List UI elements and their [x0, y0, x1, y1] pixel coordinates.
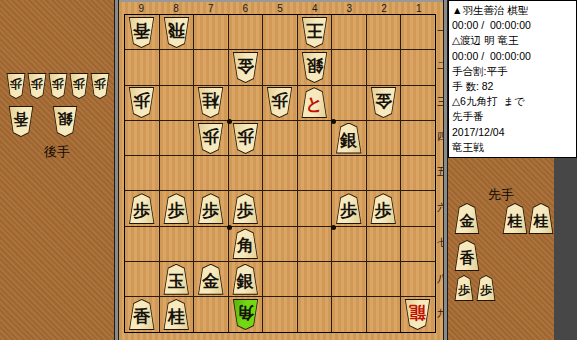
board-square[interactable] — [229, 15, 263, 49]
board-square[interactable]: 銀 — [298, 50, 332, 84]
board-grid: 香飛王金銀歩桂歩と金歩歩銀歩歩歩歩歩歩角玉金銀香桂角龍 — [124, 14, 436, 333]
shogi-piece-金-sente[interactable]: 金 — [197, 264, 224, 295]
shogi-piece-歩-gote[interactable]: 歩 — [69, 73, 89, 99]
file-label: 8 — [159, 3, 194, 14]
board-square[interactable] — [367, 262, 401, 296]
board-square[interactable] — [367, 297, 401, 331]
star-point — [331, 225, 336, 230]
board-square[interactable] — [263, 50, 297, 84]
board-square[interactable] — [160, 86, 194, 120]
board-square[interactable]: 香 — [125, 297, 159, 331]
board-square[interactable] — [401, 15, 435, 49]
board-square[interactable] — [332, 227, 366, 261]
board-square[interactable] — [332, 156, 366, 190]
gote-hand-row-2: 香銀 — [8, 106, 78, 137]
shogi-piece-香-sente[interactable]: 香 — [454, 240, 480, 271]
board-square[interactable]: 歩 — [229, 191, 263, 225]
board-square[interactable] — [194, 50, 228, 84]
board-square[interactable]: 飛 — [160, 15, 194, 49]
board-square[interactable] — [401, 191, 435, 225]
info-line: 00:00 / 00:00:00 — [452, 49, 573, 64]
shogi-piece-歩-sente[interactable]: 歩 — [128, 193, 155, 224]
shogi-piece-歩-gote[interactable]: 歩 — [48, 73, 68, 99]
shogi-piece-銀-sente[interactable]: 銀 — [232, 264, 259, 295]
shogi-piece-香-sente[interactable]: 香 — [128, 299, 155, 330]
shogi-piece-香-gote[interactable]: 香 — [8, 106, 34, 137]
board-square[interactable] — [263, 262, 297, 296]
board-square[interactable]: 歩 — [194, 191, 228, 225]
board-square[interactable]: 歩 — [229, 121, 263, 155]
sente-hand-panel: 先手 金桂桂 香 歩歩 — [448, 158, 554, 340]
board-square[interactable] — [401, 86, 435, 120]
board-square[interactable]: 金 — [194, 262, 228, 296]
shogi-piece-金-gote[interactable]: 金 — [232, 52, 259, 83]
info-line: △6九角打 まで — [452, 94, 573, 109]
shogi-piece-飛-gote[interactable]: 飛 — [163, 17, 190, 48]
board-square[interactable]: 玉 — [160, 262, 194, 296]
board-square[interactable] — [229, 86, 263, 120]
file-label: 7 — [193, 3, 228, 14]
board-square[interactable] — [401, 121, 435, 155]
shogi-piece-歩-sente[interactable]: 歩 — [476, 275, 496, 301]
board-square[interactable] — [298, 156, 332, 190]
board-square[interactable] — [125, 50, 159, 84]
shogi-piece-桂-sente[interactable]: 桂 — [528, 203, 554, 234]
board-square[interactable] — [298, 121, 332, 155]
info-line: 00:00 / 00:00:00 — [452, 18, 573, 33]
board-square[interactable] — [160, 156, 194, 190]
board-square[interactable] — [263, 15, 297, 49]
shogi-piece-桂-gote[interactable]: 桂 — [197, 87, 224, 118]
board-square[interactable] — [332, 50, 366, 84]
file-label: 1 — [401, 3, 436, 14]
file-label: 9 — [124, 3, 159, 14]
info-line: 手 数: 82 — [452, 79, 573, 94]
shogi-piece-玉-sente[interactable]: 玉 — [163, 264, 190, 295]
board-square[interactable] — [160, 50, 194, 84]
board-square[interactable] — [160, 227, 194, 261]
board-square[interactable] — [263, 156, 297, 190]
board-square[interactable] — [160, 121, 194, 155]
board-square[interactable] — [125, 262, 159, 296]
star-point — [331, 119, 336, 124]
file-label: 6 — [228, 3, 263, 14]
info-line: △渡辺 明 竜王 — [452, 33, 573, 48]
board-square[interactable]: 歩 — [125, 86, 159, 120]
board-panel: 987654321 一二三四五六七八九 香飛王金銀歩桂歩と金歩歩銀歩歩歩歩歩歩角… — [119, 0, 448, 340]
board-square[interactable] — [367, 50, 401, 84]
shogi-piece-王-gote[interactable]: 王 — [301, 17, 328, 48]
board-square[interactable] — [194, 15, 228, 49]
shogi-piece-角-sente[interactable]: 角 — [232, 228, 259, 259]
shogi-piece-桂-sente[interactable]: 桂 — [163, 299, 190, 330]
board-square[interactable]: 金 — [367, 86, 401, 120]
file-label: 5 — [263, 3, 298, 14]
shogi-piece-歩-sente[interactable]: 歩 — [454, 275, 474, 301]
sente-hand-label: 先手 — [448, 186, 554, 204]
shogi-piece-金-gote[interactable]: 金 — [370, 87, 397, 118]
board-square[interactable]: 香 — [125, 15, 159, 49]
file-label: 4 — [297, 3, 332, 14]
shogi-piece-歩-sente[interactable]: 歩 — [370, 193, 397, 224]
board-square[interactable] — [298, 191, 332, 225]
board-square[interactable] — [194, 297, 228, 331]
board-square[interactable] — [367, 156, 401, 190]
board-square[interactable] — [367, 15, 401, 49]
board-square[interactable]: 歩 — [263, 86, 297, 120]
board-square[interactable] — [125, 156, 159, 190]
board-square[interactable]: 桂 — [194, 86, 228, 120]
info-line: 2017/12/04 — [452, 125, 573, 140]
board-square[interactable] — [367, 227, 401, 261]
shogi-piece-銀-sente[interactable]: 銀 — [335, 123, 362, 154]
shogi-piece-香-gote[interactable]: 香 — [128, 17, 155, 48]
board-square[interactable]: 桂 — [160, 297, 194, 331]
shogi-piece-龍-gote[interactable]: 龍 — [404, 299, 431, 330]
board-square[interactable]: 歩 — [194, 121, 228, 155]
shogi-piece-歩-gote[interactable]: 歩 — [266, 87, 293, 118]
board-square[interactable] — [263, 227, 297, 261]
gote-hand-row-1: 歩歩歩歩歩 — [6, 73, 110, 99]
board-square[interactable]: 銀 — [229, 262, 263, 296]
game-info-panel: ▲羽生善治 棋聖00:00 / 00:00:00△渡辺 明 竜王00:00 / … — [448, 0, 577, 158]
board-square[interactable] — [263, 191, 297, 225]
board-square[interactable] — [263, 121, 297, 155]
gote-hand-panel: 歩歩歩歩歩 香銀 後手 — [0, 0, 114, 340]
board-square[interactable] — [125, 121, 159, 155]
sente-hand-row-3: 歩歩 — [454, 275, 496, 301]
info-line: ▲羽生善治 棋聖 — [452, 3, 573, 18]
shogi-app-window: 歩歩歩歩歩 香銀 後手 987654321 一二三四五六七八九 香飛王金銀歩桂歩… — [0, 0, 577, 340]
shogi-piece-桂-sente[interactable]: 桂 — [502, 203, 528, 234]
shogi-piece-歩-gote[interactable]: 歩 — [6, 73, 26, 99]
board-square[interactable] — [367, 121, 401, 155]
shogi-piece-角-gote[interactable]: 角 — [232, 299, 259, 330]
info-line: 竜王戦 — [452, 140, 573, 155]
board-square[interactable] — [401, 262, 435, 296]
board-square[interactable]: 歩 — [125, 191, 159, 225]
board-square[interactable] — [298, 297, 332, 331]
board-square[interactable] — [401, 156, 435, 190]
board-square[interactable] — [194, 227, 228, 261]
shogi-piece-歩-gote[interactable]: 歩 — [197, 123, 224, 154]
board-square[interactable] — [332, 262, 366, 296]
board-square[interactable]: 角 — [229, 227, 263, 261]
info-line: 先手番 — [452, 109, 573, 124]
shogi-piece-歩-gote[interactable]: 歩 — [232, 123, 259, 154]
board-square[interactable]: 歩 — [332, 191, 366, 225]
info-line: 手合割:平手 — [452, 64, 573, 79]
board-square[interactable]: 歩 — [160, 191, 194, 225]
board-square[interactable]: 龍 — [401, 297, 435, 331]
sente-hand-row-2: 香 — [454, 240, 480, 271]
board-square[interactable]: 歩 — [367, 191, 401, 225]
shogi-piece-歩-gote[interactable]: 歩 — [128, 87, 155, 118]
shogi-piece-歩-sente[interactable]: 歩 — [335, 193, 362, 224]
board-square[interactable] — [298, 227, 332, 261]
shogi-piece-と-sente[interactable]: と — [301, 87, 328, 118]
board-square[interactable] — [332, 297, 366, 331]
board-square[interactable]: と — [298, 86, 332, 120]
gote-hand-label: 後手 — [0, 143, 114, 161]
shogi-piece-歩-gote[interactable]: 歩 — [90, 73, 110, 99]
shogi-piece-歩-sente[interactable]: 歩 — [197, 193, 224, 224]
board-square[interactable] — [298, 262, 332, 296]
shogi-piece-銀-gote[interactable]: 銀 — [52, 106, 78, 137]
board-square[interactable] — [194, 156, 228, 190]
board-square[interactable]: 金 — [229, 50, 263, 84]
right-edge-strip — [554, 158, 577, 340]
shogi-piece-金-sente[interactable]: 金 — [454, 203, 480, 234]
file-label: 3 — [332, 3, 367, 14]
shogi-piece-歩-sente[interactable]: 歩 — [163, 193, 190, 224]
file-labels: 987654321 — [124, 3, 436, 14]
board-square[interactable] — [229, 156, 263, 190]
sente-hand-row-1: 金桂桂 — [454, 203, 554, 234]
board-square[interactable]: 王 — [298, 15, 332, 49]
shogi-piece-歩-gote[interactable]: 歩 — [27, 73, 47, 99]
shogi-piece-銀-gote[interactable]: 銀 — [301, 52, 328, 83]
shogi-piece-歩-sente[interactable]: 歩 — [232, 193, 259, 224]
board-square[interactable]: 銀 — [332, 121, 366, 155]
board-square[interactable] — [125, 227, 159, 261]
board-square[interactable] — [332, 15, 366, 49]
board-square[interactable]: 角 — [229, 297, 263, 331]
board-square[interactable] — [332, 86, 366, 120]
file-label: 2 — [367, 3, 402, 14]
board-square[interactable] — [263, 297, 297, 331]
board-square[interactable] — [401, 50, 435, 84]
board-square[interactable] — [401, 227, 435, 261]
